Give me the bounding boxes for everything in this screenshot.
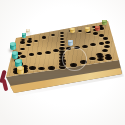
peg-top [22,33,26,35]
photo-scene [0,0,125,125]
watermark-circle [62,47,87,71]
peg-body [26,29,30,33]
peg-cream [26,29,30,33]
peg-top [26,29,30,31]
peg-shadow [25,33,30,35]
cord-icon [2,79,9,92]
